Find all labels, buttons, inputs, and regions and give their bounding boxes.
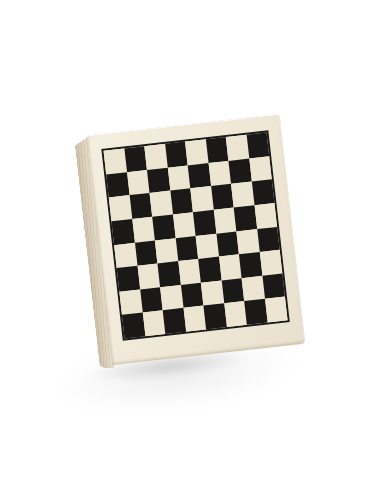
board-square-b7 (127, 170, 150, 196)
board-square-g2 (242, 276, 265, 302)
board-square-e4 (196, 233, 219, 259)
board-square-h2 (262, 273, 285, 299)
board-square-f8 (205, 137, 228, 163)
board-square-g8 (226, 135, 249, 161)
board-square-b4 (134, 240, 157, 266)
board-square-b8 (124, 146, 147, 172)
board-square-c8 (144, 144, 167, 170)
board-square-b2 (140, 287, 163, 313)
board-square-c5 (152, 214, 175, 240)
board-square-f3 (219, 254, 242, 280)
board-square-c3 (157, 261, 180, 287)
board-square-d4 (175, 236, 198, 262)
board-square-a5 (111, 219, 134, 245)
board-square-b1 (142, 311, 165, 337)
board-square-h5 (254, 203, 277, 229)
board-square-d8 (165, 142, 188, 168)
board-square-c1 (163, 308, 186, 334)
board-square-d2 (180, 282, 203, 308)
board-square-f4 (216, 231, 239, 257)
board-square-h3 (259, 250, 282, 276)
board-square-f1 (224, 301, 247, 327)
board-square-b6 (129, 193, 152, 219)
board-square-g6 (231, 182, 254, 208)
board-square-a1 (122, 313, 145, 339)
board-square-b5 (132, 217, 155, 243)
board-square-d5 (173, 212, 196, 238)
board-square-d1 (183, 306, 206, 332)
board-square-e7 (188, 163, 211, 189)
board-square-f7 (208, 161, 231, 187)
board-square-c7 (147, 167, 170, 193)
board-square-d3 (178, 259, 201, 285)
board-square-a2 (119, 289, 142, 315)
board-square-h7 (249, 156, 272, 182)
board-square-g1 (244, 299, 267, 325)
board-square-g3 (239, 252, 262, 278)
board-square-f5 (213, 207, 236, 233)
board-square-e8 (185, 139, 208, 165)
board-square-c2 (160, 285, 183, 311)
board-square-d6 (170, 189, 193, 215)
board-square-f2 (221, 278, 244, 304)
board-square-c6 (150, 191, 173, 217)
board-square-h4 (257, 226, 280, 252)
board-square-e1 (203, 304, 226, 330)
product-photo (0, 0, 380, 494)
board-square-e5 (193, 210, 216, 236)
board-square-g5 (234, 205, 257, 231)
board-square-b3 (137, 264, 160, 290)
board-square-g7 (228, 158, 251, 184)
board-square-f6 (211, 184, 234, 210)
board-square-a4 (114, 242, 137, 268)
board-square-a7 (106, 172, 129, 198)
box-front-face (87, 114, 306, 365)
board-square-a6 (109, 195, 132, 221)
board-square-g4 (236, 229, 259, 255)
board-square-a8 (104, 148, 127, 174)
board-square-e2 (201, 280, 224, 306)
board-square-h1 (265, 297, 288, 323)
board-square-h6 (251, 179, 274, 205)
board-square-e3 (198, 257, 221, 283)
board-square-d7 (167, 165, 190, 191)
chess-board (101, 130, 289, 341)
board-square-e6 (190, 186, 213, 212)
chess-board-box (87, 114, 306, 365)
board-square-c4 (155, 238, 178, 264)
board-square-a3 (117, 266, 140, 292)
board-square-h8 (246, 132, 269, 158)
